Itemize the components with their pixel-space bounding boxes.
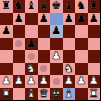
black-pawn[interactable]: ♟ bbox=[26, 38, 36, 51]
square-e2[interactable] bbox=[50, 75, 63, 88]
move-hint-dot[interactable] bbox=[40, 65, 47, 72]
white-pawn[interactable]: ♟ bbox=[26, 75, 36, 88]
square-f8[interactable]: ♝ bbox=[63, 0, 76, 13]
square-f4[interactable] bbox=[63, 50, 76, 63]
square-c3[interactable]: ♞ bbox=[25, 63, 38, 76]
white-knight[interactable]: ♞ bbox=[64, 63, 74, 76]
square-b1[interactable] bbox=[13, 88, 26, 101]
square-h3[interactable] bbox=[88, 63, 101, 76]
square-h4[interactable] bbox=[88, 50, 101, 63]
white-rook[interactable]: ♜ bbox=[1, 88, 11, 101]
square-d3[interactable] bbox=[38, 63, 51, 76]
chess-board: ♜♞♝♛♚♝♞♜♟♟♟♟♟♟♟♟♟♞♞♟♟♟♟♟♟♟♜♝♛♚♝♜ bbox=[0, 0, 100, 100]
white-bishop[interactable]: ♝ bbox=[26, 88, 36, 101]
square-e3[interactable] bbox=[50, 63, 63, 76]
black-pawn[interactable]: ♟ bbox=[14, 13, 24, 26]
square-e5[interactable] bbox=[50, 38, 63, 51]
square-b8[interactable]: ♞ bbox=[13, 0, 26, 13]
square-g2[interactable]: ♟ bbox=[75, 75, 88, 88]
square-b6[interactable] bbox=[13, 25, 26, 38]
square-f1[interactable]: ♝ bbox=[63, 88, 76, 101]
black-king[interactable]: ♚ bbox=[51, 0, 61, 13]
black-pawn[interactable]: ♟ bbox=[39, 13, 49, 26]
square-h1[interactable]: ♜ bbox=[88, 88, 101, 101]
square-c7[interactable] bbox=[25, 13, 38, 26]
black-pawn[interactable]: ♟ bbox=[51, 25, 61, 38]
square-a6[interactable]: ♟ bbox=[0, 25, 13, 38]
square-h2[interactable]: ♟ bbox=[88, 75, 101, 88]
square-c5[interactable]: ♟ bbox=[25, 38, 38, 51]
square-h7[interactable]: ♟ bbox=[88, 13, 101, 26]
square-f6[interactable] bbox=[63, 25, 76, 38]
square-d2[interactable]: ♟ bbox=[38, 75, 51, 88]
white-pawn[interactable]: ♟ bbox=[64, 75, 74, 88]
square-a5[interactable] bbox=[0, 38, 13, 51]
square-f7[interactable]: ♟ bbox=[63, 13, 76, 26]
square-b4[interactable] bbox=[13, 50, 26, 63]
black-knight[interactable]: ♞ bbox=[76, 0, 86, 13]
white-pawn[interactable]: ♟ bbox=[89, 75, 99, 88]
square-b3[interactable] bbox=[13, 63, 26, 76]
square-e8[interactable]: ♚ bbox=[50, 0, 63, 13]
white-pawn[interactable]: ♟ bbox=[1, 75, 11, 88]
white-pawn[interactable]: ♟ bbox=[76, 75, 86, 88]
square-f2[interactable]: ♟ bbox=[63, 75, 76, 88]
move-hint-dot[interactable] bbox=[28, 53, 35, 60]
white-rook[interactable]: ♜ bbox=[89, 88, 99, 101]
square-g7[interactable]: ♟ bbox=[75, 13, 88, 26]
black-pawn[interactable]: ♟ bbox=[76, 13, 86, 26]
square-f5[interactable] bbox=[63, 38, 76, 51]
black-bishop[interactable]: ♝ bbox=[26, 0, 36, 13]
square-a2[interactable]: ♟ bbox=[0, 75, 13, 88]
move-hint-dot[interactable] bbox=[53, 78, 60, 85]
square-e7[interactable] bbox=[50, 13, 63, 26]
square-c6[interactable] bbox=[25, 25, 38, 38]
square-d4[interactable] bbox=[38, 50, 51, 63]
square-a7[interactable] bbox=[0, 13, 13, 26]
square-g3[interactable] bbox=[75, 63, 88, 76]
black-pawn[interactable]: ♟ bbox=[89, 13, 99, 26]
square-g8[interactable]: ♞ bbox=[75, 0, 88, 13]
square-a3[interactable] bbox=[0, 63, 13, 76]
square-h8[interactable]: ♜ bbox=[88, 0, 101, 13]
white-knight[interactable]: ♞ bbox=[26, 63, 36, 76]
black-queen[interactable]: ♛ bbox=[39, 0, 49, 13]
square-g5[interactable] bbox=[75, 38, 88, 51]
square-d1[interactable]: ♛ bbox=[38, 88, 51, 101]
square-d7[interactable]: ♟ bbox=[38, 13, 51, 26]
black-pawn[interactable]: ♟ bbox=[1, 25, 11, 38]
square-a8[interactable]: ♜ bbox=[0, 0, 13, 13]
square-g6[interactable] bbox=[75, 25, 88, 38]
square-d6[interactable] bbox=[38, 25, 51, 38]
black-rook[interactable]: ♜ bbox=[1, 0, 11, 13]
square-b7[interactable]: ♟ bbox=[13, 13, 26, 26]
square-d5[interactable] bbox=[38, 38, 51, 51]
square-c1[interactable]: ♝ bbox=[25, 88, 38, 101]
square-b2[interactable]: ♟ bbox=[13, 75, 26, 88]
black-pawn[interactable]: ♟ bbox=[64, 13, 74, 26]
square-h5[interactable] bbox=[88, 38, 101, 51]
square-e4[interactable]: ♟ bbox=[50, 50, 63, 63]
square-e6[interactable]: ♟ bbox=[50, 25, 63, 38]
square-h6[interactable] bbox=[88, 25, 101, 38]
square-f3[interactable]: ♞ bbox=[63, 63, 76, 76]
move-hint-dot[interactable] bbox=[15, 40, 22, 47]
chess-app: ♜♞♝♛♚♝♞♜♟♟♟♟♟♟♟♟♟♞♞♟♟♟♟♟♟♟♜♝♛♚♝♜ bbox=[0, 0, 100, 100]
white-queen[interactable]: ♛ bbox=[39, 88, 49, 101]
black-bishop[interactable]: ♝ bbox=[64, 0, 74, 13]
square-d8[interactable]: ♛ bbox=[38, 0, 51, 13]
square-g4[interactable] bbox=[75, 50, 88, 63]
black-knight[interactable]: ♞ bbox=[14, 0, 24, 13]
square-e1[interactable]: ♚ bbox=[50, 88, 63, 101]
white-king[interactable]: ♚ bbox=[51, 88, 61, 101]
square-c8[interactable]: ♝ bbox=[25, 0, 38, 13]
white-pawn[interactable]: ♟ bbox=[39, 75, 49, 88]
square-g1[interactable] bbox=[75, 88, 88, 101]
black-rook[interactable]: ♜ bbox=[89, 0, 99, 13]
square-c2[interactable]: ♟ bbox=[25, 75, 38, 88]
square-a1[interactable]: ♜ bbox=[0, 88, 13, 101]
white-pawn[interactable]: ♟ bbox=[51, 50, 61, 63]
white-pawn[interactable]: ♟ bbox=[14, 75, 24, 88]
white-bishop[interactable]: ♝ bbox=[64, 88, 74, 101]
square-b5[interactable] bbox=[13, 38, 26, 51]
square-a4[interactable] bbox=[0, 50, 13, 63]
square-c4[interactable] bbox=[25, 50, 38, 63]
